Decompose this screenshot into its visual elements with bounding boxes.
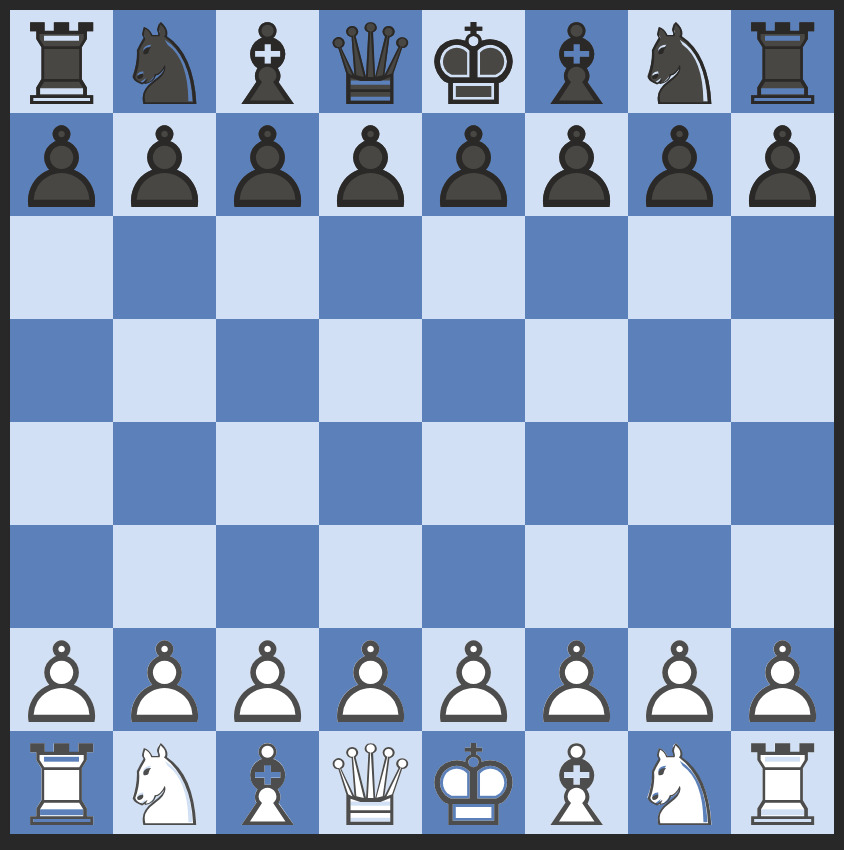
- piece-black-bishop[interactable]: ♝♗: [216, 10, 319, 113]
- piece-outline-glyph: ♙: [216, 632, 319, 735]
- square-g5[interactable]: [628, 319, 731, 422]
- piece-white-knight[interactable]: ♞♘: [628, 731, 731, 834]
- square-g6[interactable]: [628, 216, 731, 319]
- piece-outline-glyph: ♙: [731, 117, 834, 220]
- piece-outline-glyph: ♖: [10, 14, 113, 117]
- piece-black-pawn[interactable]: ♟♙: [319, 113, 422, 216]
- piece-white-pawn[interactable]: ♟♙: [113, 628, 216, 731]
- piece-fill-glyph: ♛: [319, 14, 422, 117]
- piece-outline-glyph: ♖: [731, 735, 834, 838]
- piece-black-knight[interactable]: ♞♘: [628, 10, 731, 113]
- piece-fill-glyph: ♟: [422, 632, 525, 735]
- piece-fill-glyph: ♟: [525, 632, 628, 735]
- piece-fill-glyph: ♝: [216, 735, 319, 838]
- square-e1[interactable]: ♚♔: [422, 731, 525, 834]
- piece-outline-glyph: ♙: [422, 117, 525, 220]
- square-h5[interactable]: [731, 319, 834, 422]
- piece-outline-glyph: ♔: [422, 735, 525, 838]
- piece-white-knight[interactable]: ♞♘: [113, 731, 216, 834]
- piece-outline-glyph: ♙: [10, 117, 113, 220]
- square-a5[interactable]: [10, 319, 113, 422]
- piece-outline-glyph: ♙: [10, 632, 113, 735]
- square-g7[interactable]: ♟♙: [628, 113, 731, 216]
- piece-black-rook[interactable]: ♜♖: [10, 10, 113, 113]
- piece-black-king[interactable]: ♚♔: [422, 10, 525, 113]
- square-d8[interactable]: ♛♕: [319, 10, 422, 113]
- piece-outline-glyph: ♙: [113, 632, 216, 735]
- piece-white-pawn[interactable]: ♟♙: [216, 628, 319, 731]
- piece-black-bishop[interactable]: ♝♗: [525, 10, 628, 113]
- square-g4[interactable]: [628, 422, 731, 525]
- piece-black-rook[interactable]: ♜♖: [731, 10, 834, 113]
- square-d2[interactable]: ♟♙: [319, 628, 422, 731]
- square-b3[interactable]: [113, 525, 216, 628]
- piece-outline-glyph: ♙: [628, 117, 731, 220]
- piece-outline-glyph: ♙: [319, 632, 422, 735]
- piece-outline-glyph: ♗: [525, 14, 628, 117]
- piece-fill-glyph: ♞: [113, 14, 216, 117]
- piece-fill-glyph: ♝: [525, 735, 628, 838]
- square-e8[interactable]: ♚♔: [422, 10, 525, 113]
- square-a3[interactable]: [10, 525, 113, 628]
- square-f5[interactable]: [525, 319, 628, 422]
- square-c6[interactable]: [216, 216, 319, 319]
- piece-outline-glyph: ♕: [319, 735, 422, 838]
- piece-white-rook[interactable]: ♜♖: [10, 731, 113, 834]
- square-f1[interactable]: ♝♗: [525, 731, 628, 834]
- square-c1[interactable]: ♝♗: [216, 731, 319, 834]
- piece-fill-glyph: ♞: [628, 735, 731, 838]
- piece-black-pawn[interactable]: ♟♙: [628, 113, 731, 216]
- square-c7[interactable]: ♟♙: [216, 113, 319, 216]
- square-c8[interactable]: ♝♗: [216, 10, 319, 113]
- square-b7[interactable]: ♟♙: [113, 113, 216, 216]
- piece-outline-glyph: ♖: [731, 14, 834, 117]
- square-d3[interactable]: [319, 525, 422, 628]
- piece-fill-glyph: ♟: [422, 117, 525, 220]
- piece-outline-glyph: ♘: [628, 735, 731, 838]
- square-b6[interactable]: [113, 216, 216, 319]
- piece-black-pawn[interactable]: ♟♙: [113, 113, 216, 216]
- square-e6[interactable]: [422, 216, 525, 319]
- square-h8[interactable]: ♜♖: [731, 10, 834, 113]
- piece-outline-glyph: ♘: [113, 735, 216, 838]
- square-f4[interactable]: [525, 422, 628, 525]
- piece-white-pawn[interactable]: ♟♙: [319, 628, 422, 731]
- square-h2[interactable]: ♟♙: [731, 628, 834, 731]
- square-d5[interactable]: [319, 319, 422, 422]
- square-f3[interactable]: [525, 525, 628, 628]
- piece-fill-glyph: ♜: [731, 14, 834, 117]
- square-e4[interactable]: [422, 422, 525, 525]
- piece-outline-glyph: ♙: [422, 632, 525, 735]
- piece-fill-glyph: ♟: [113, 117, 216, 220]
- piece-fill-glyph: ♟: [525, 117, 628, 220]
- piece-outline-glyph: ♙: [731, 632, 834, 735]
- piece-white-bishop[interactable]: ♝♗: [216, 731, 319, 834]
- piece-outline-glyph: ♘: [628, 14, 731, 117]
- piece-fill-glyph: ♟: [319, 117, 422, 220]
- piece-outline-glyph: ♗: [216, 735, 319, 838]
- piece-white-bishop[interactable]: ♝♗: [525, 731, 628, 834]
- piece-outline-glyph: ♙: [216, 117, 319, 220]
- piece-white-pawn[interactable]: ♟♙: [422, 628, 525, 731]
- square-e3[interactable]: [422, 525, 525, 628]
- square-b1[interactable]: ♞♘: [113, 731, 216, 834]
- square-f7[interactable]: ♟♙: [525, 113, 628, 216]
- piece-outline-glyph: ♙: [525, 117, 628, 220]
- piece-fill-glyph: ♜: [10, 735, 113, 838]
- square-e5[interactable]: [422, 319, 525, 422]
- piece-fill-glyph: ♟: [216, 632, 319, 735]
- piece-outline-glyph: ♙: [113, 117, 216, 220]
- piece-fill-glyph: ♚: [422, 735, 525, 838]
- square-b4[interactable]: [113, 422, 216, 525]
- piece-fill-glyph: ♞: [113, 735, 216, 838]
- square-a7[interactable]: ♟♙: [10, 113, 113, 216]
- square-g3[interactable]: [628, 525, 731, 628]
- piece-black-pawn[interactable]: ♟♙: [422, 113, 525, 216]
- square-d4[interactable]: [319, 422, 422, 525]
- square-c5[interactable]: [216, 319, 319, 422]
- square-d7[interactable]: ♟♙: [319, 113, 422, 216]
- square-e7[interactable]: ♟♙: [422, 113, 525, 216]
- piece-fill-glyph: ♟: [10, 632, 113, 735]
- piece-fill-glyph: ♟: [731, 117, 834, 220]
- piece-black-knight[interactable]: ♞♘: [113, 10, 216, 113]
- piece-white-queen[interactable]: ♛♕: [319, 731, 422, 834]
- piece-fill-glyph: ♜: [731, 735, 834, 838]
- square-h4[interactable]: [731, 422, 834, 525]
- piece-outline-glyph: ♔: [422, 14, 525, 117]
- piece-fill-glyph: ♟: [628, 117, 731, 220]
- piece-outline-glyph: ♖: [10, 735, 113, 838]
- piece-white-pawn[interactable]: ♟♙: [731, 628, 834, 731]
- piece-outline-glyph: ♕: [319, 14, 422, 117]
- square-g1[interactable]: ♞♘: [628, 731, 731, 834]
- piece-white-pawn[interactable]: ♟♙: [525, 628, 628, 731]
- square-g8[interactable]: ♞♘: [628, 10, 731, 113]
- square-d6[interactable]: [319, 216, 422, 319]
- piece-white-king[interactable]: ♚♔: [422, 731, 525, 834]
- square-c2[interactable]: ♟♙: [216, 628, 319, 731]
- square-e2[interactable]: ♟♙: [422, 628, 525, 731]
- square-a4[interactable]: [10, 422, 113, 525]
- piece-white-pawn[interactable]: ♟♙: [10, 628, 113, 731]
- piece-black-pawn[interactable]: ♟♙: [731, 113, 834, 216]
- piece-fill-glyph: ♟: [731, 632, 834, 735]
- piece-outline-glyph: ♙: [525, 632, 628, 735]
- square-f6[interactable]: [525, 216, 628, 319]
- square-b8[interactable]: ♞♘: [113, 10, 216, 113]
- piece-black-pawn[interactable]: ♟♙: [525, 113, 628, 216]
- piece-outline-glyph: ♘: [113, 14, 216, 117]
- piece-fill-glyph: ♝: [216, 14, 319, 117]
- board-frame: ♜♖♞♘♝♗♛♕♚♔♝♗♞♘♜♖♟♙♟♙♟♙♟♙♟♙♟♙♟♙♟♙♟♙♟♙♟♙♟♙…: [0, 0, 844, 850]
- square-g2[interactable]: ♟♙: [628, 628, 731, 731]
- square-d1[interactable]: ♛♕: [319, 731, 422, 834]
- square-f2[interactable]: ♟♙: [525, 628, 628, 731]
- square-h7[interactable]: ♟♙: [731, 113, 834, 216]
- chess-board: ♜♖♞♘♝♗♛♕♚♔♝♗♞♘♜♖♟♙♟♙♟♙♟♙♟♙♟♙♟♙♟♙♟♙♟♙♟♙♟♙…: [10, 10, 834, 834]
- square-h1[interactable]: ♜♖: [731, 731, 834, 834]
- piece-black-pawn[interactable]: ♟♙: [216, 113, 319, 216]
- piece-outline-glyph: ♗: [216, 14, 319, 117]
- square-f8[interactable]: ♝♗: [525, 10, 628, 113]
- piece-fill-glyph: ♝: [525, 14, 628, 117]
- piece-outline-glyph: ♙: [628, 632, 731, 735]
- square-b2[interactable]: ♟♙: [113, 628, 216, 731]
- piece-fill-glyph: ♜: [10, 14, 113, 117]
- square-h3[interactable]: [731, 525, 834, 628]
- piece-outline-glyph: ♗: [525, 735, 628, 838]
- square-a1[interactable]: ♜♖: [10, 731, 113, 834]
- square-b5[interactable]: [113, 319, 216, 422]
- piece-white-pawn[interactable]: ♟♙: [628, 628, 731, 731]
- piece-fill-glyph: ♟: [319, 632, 422, 735]
- piece-fill-glyph: ♞: [628, 14, 731, 117]
- square-a8[interactable]: ♜♖: [10, 10, 113, 113]
- piece-black-queen[interactable]: ♛♕: [319, 10, 422, 113]
- square-h6[interactable]: [731, 216, 834, 319]
- piece-white-rook[interactable]: ♜♖: [731, 731, 834, 834]
- piece-outline-glyph: ♙: [319, 117, 422, 220]
- piece-fill-glyph: ♟: [113, 632, 216, 735]
- piece-fill-glyph: ♟: [628, 632, 731, 735]
- piece-fill-glyph: ♛: [319, 735, 422, 838]
- square-c3[interactable]: [216, 525, 319, 628]
- piece-black-pawn[interactable]: ♟♙: [10, 113, 113, 216]
- piece-fill-glyph: ♟: [10, 117, 113, 220]
- square-c4[interactable]: [216, 422, 319, 525]
- square-a6[interactable]: [10, 216, 113, 319]
- piece-fill-glyph: ♚: [422, 14, 525, 117]
- square-a2[interactable]: ♟♙: [10, 628, 113, 731]
- piece-fill-glyph: ♟: [216, 117, 319, 220]
